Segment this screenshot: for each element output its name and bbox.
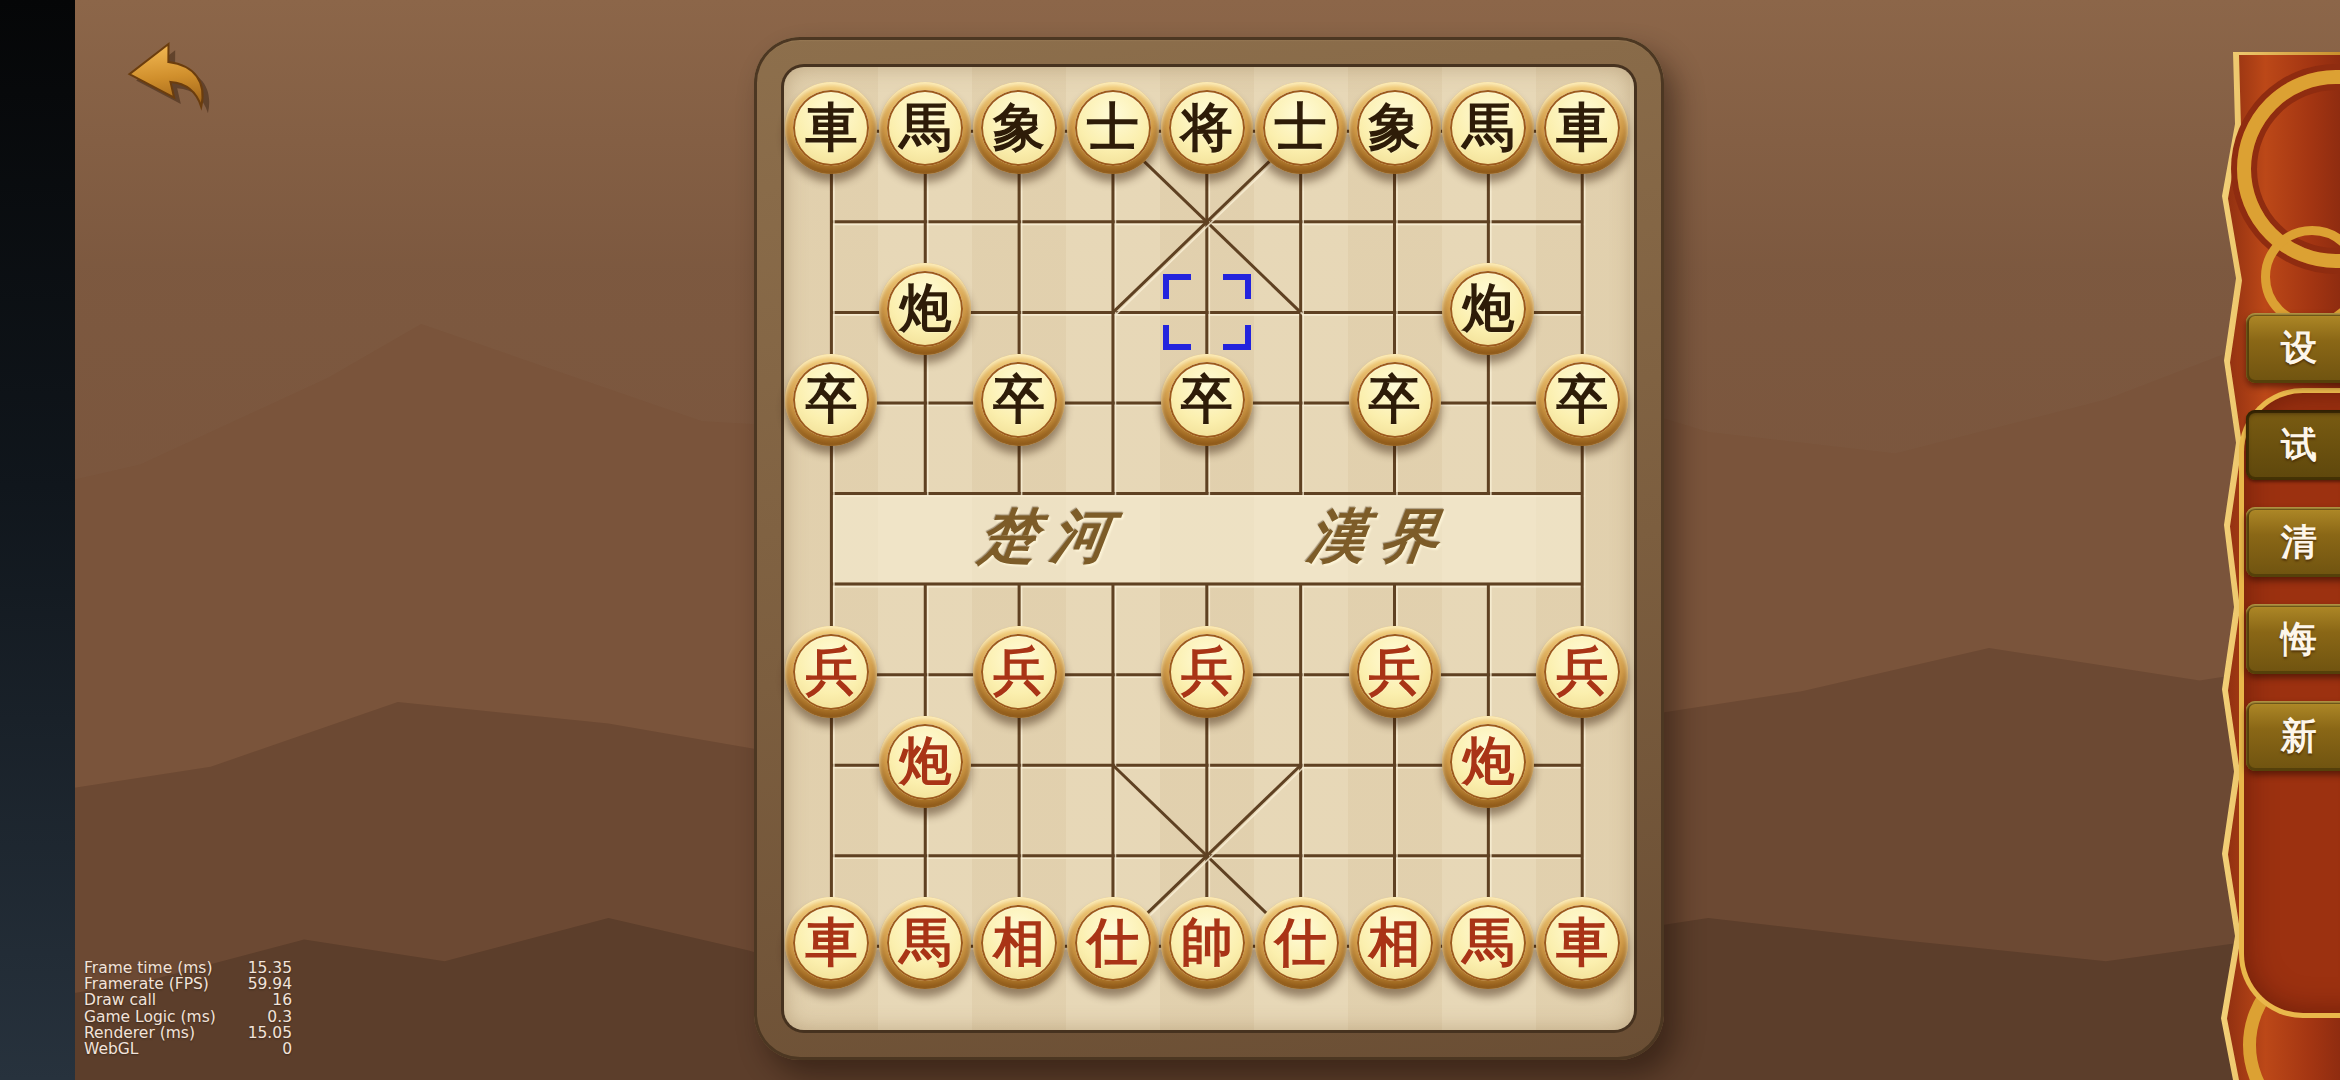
piece-red-炮[interactable]: 炮 — [1442, 716, 1534, 808]
piece-char: 士 — [1275, 102, 1327, 154]
piece-red-相[interactable]: 相 — [973, 897, 1065, 989]
piece-disc: 士 — [1075, 90, 1151, 166]
debug-row: Draw call16 — [84, 992, 292, 1008]
debug-value: 15.05 — [248, 1025, 292, 1041]
piece-disc: 車 — [793, 905, 869, 981]
sidebar-button-undo[interactable]: 悔 — [2246, 604, 2340, 674]
sidebar-button-test[interactable]: 试 — [2246, 410, 2340, 480]
piece-disc: 炮 — [887, 271, 963, 347]
debug-value: 15.35 — [248, 960, 292, 976]
piece-disc: 炮 — [1450, 724, 1526, 800]
debug-row: WebGL0 — [84, 1041, 292, 1057]
sidebar-button-clear[interactable]: 清 — [2246, 507, 2340, 577]
river-label-chu-he: 楚河 — [975, 498, 1130, 576]
piece-disc: 炮 — [887, 724, 963, 800]
letterbox-strip — [0, 0, 75, 1080]
piece-black-卒[interactable]: 卒 — [1161, 354, 1253, 446]
piece-black-卒[interactable]: 卒 — [1349, 354, 1441, 446]
debug-row: Frame time (ms)15.35 — [84, 960, 292, 976]
piece-char: 車 — [1556, 917, 1608, 969]
piece-red-馬[interactable]: 馬 — [1442, 897, 1534, 989]
sidebar-button-label: 悔 — [2281, 615, 2317, 664]
piece-disc: 馬 — [1450, 905, 1526, 981]
piece-disc: 卒 — [981, 362, 1057, 438]
piece-black-士[interactable]: 士 — [1067, 82, 1159, 174]
piece-char: 兵 — [993, 646, 1045, 698]
piece-char: 相 — [1369, 917, 1421, 969]
piece-char: 炮 — [899, 283, 951, 335]
debug-row: Game Logic (ms)0.3 — [84, 1009, 292, 1025]
piece-char: 兵 — [1369, 646, 1421, 698]
piece-red-車[interactable]: 車 — [1536, 897, 1628, 989]
debug-label: Framerate (FPS) — [84, 976, 209, 992]
piece-char: 馬 — [1462, 102, 1514, 154]
piece-disc: 士 — [1263, 90, 1339, 166]
piece-disc: 帥 — [1169, 905, 1245, 981]
debug-value: 0 — [282, 1041, 292, 1057]
debug-label: Renderer (ms) — [84, 1025, 195, 1041]
piece-char: 卒 — [805, 374, 857, 426]
piece-disc: 相 — [1357, 905, 1433, 981]
piece-disc: 将 — [1169, 90, 1245, 166]
piece-disc: 馬 — [1450, 90, 1526, 166]
piece-disc: 兵 — [793, 634, 869, 710]
piece-char: 卒 — [1181, 374, 1233, 426]
piece-black-卒[interactable]: 卒 — [1536, 354, 1628, 446]
sidebar-button-label: 设 — [2281, 324, 2317, 373]
piece-disc: 卒 — [1544, 362, 1620, 438]
piece-disc: 馬 — [887, 90, 963, 166]
piece-red-兵[interactable]: 兵 — [1536, 626, 1628, 718]
piece-disc: 炮 — [1450, 271, 1526, 347]
piece-red-兵[interactable]: 兵 — [973, 626, 1065, 718]
piece-disc: 卒 — [1169, 362, 1245, 438]
piece-red-炮[interactable]: 炮 — [879, 716, 971, 808]
piece-char: 炮 — [1462, 283, 1514, 335]
piece-char: 車 — [1556, 102, 1608, 154]
back-arrow-icon — [110, 32, 210, 124]
piece-char: 車 — [805, 102, 857, 154]
piece-disc: 車 — [1544, 905, 1620, 981]
debug-label: Draw call — [84, 992, 156, 1008]
piece-char: 象 — [1369, 102, 1421, 154]
debug-row: Framerate (FPS)59.94 — [84, 976, 292, 992]
sidebar: 设试清悔新 — [2209, 0, 2340, 1080]
piece-char: 帥 — [1181, 917, 1233, 969]
piece-disc: 兵 — [1544, 634, 1620, 710]
piece-char: 馬 — [899, 917, 951, 969]
piece-disc: 卒 — [1357, 362, 1433, 438]
piece-red-仕[interactable]: 仕 — [1067, 897, 1159, 989]
piece-red-馬[interactable]: 馬 — [879, 897, 971, 989]
piece-black-象[interactable]: 象 — [973, 82, 1065, 174]
piece-char: 士 — [1087, 102, 1139, 154]
game-screen: 楚河 漢界 車馬象士将士象馬車炮炮卒卒卒卒卒兵兵兵兵兵炮炮車馬相仕帥仕相馬車 设… — [0, 0, 2340, 1080]
piece-char: 仕 — [1087, 917, 1139, 969]
debug-overlay: Frame time (ms)15.35Framerate (FPS)59.94… — [84, 960, 292, 1057]
debug-value: 16 — [272, 992, 292, 1008]
piece-char: 兵 — [1556, 646, 1608, 698]
debug-row: Renderer (ms)15.05 — [84, 1025, 292, 1041]
piece-disc: 相 — [981, 905, 1057, 981]
river-label-han-jie: 漢界 — [1304, 498, 1459, 576]
piece-char: 馬 — [899, 102, 951, 154]
sidebar-button-settings[interactable]: 设 — [2246, 313, 2340, 383]
debug-label: WebGL — [84, 1041, 138, 1057]
piece-disc: 兵 — [1357, 634, 1433, 710]
debug-label: Frame time (ms) — [84, 960, 212, 976]
piece-black-炮[interactable]: 炮 — [879, 263, 971, 355]
piece-black-馬[interactable]: 馬 — [1442, 82, 1534, 174]
sidebar-button-new[interactable]: 新 — [2246, 701, 2340, 771]
piece-black-卒[interactable]: 卒 — [973, 354, 1065, 446]
piece-red-兵[interactable]: 兵 — [1161, 626, 1253, 718]
piece-disc: 兵 — [981, 634, 1057, 710]
back-button[interactable] — [110, 32, 210, 124]
piece-disc: 仕 — [1075, 905, 1151, 981]
sidebar-button-label: 清 — [2281, 518, 2317, 567]
piece-black-士[interactable]: 士 — [1255, 82, 1347, 174]
piece-char: 仕 — [1275, 917, 1327, 969]
piece-char: 卒 — [993, 374, 1045, 426]
piece-disc: 兵 — [1169, 634, 1245, 710]
piece-black-卒[interactable]: 卒 — [785, 354, 877, 446]
piece-char: 馬 — [1462, 917, 1514, 969]
piece-black-象[interactable]: 象 — [1349, 82, 1441, 174]
debug-value: 59.94 — [248, 976, 292, 992]
piece-char: 相 — [993, 917, 1045, 969]
piece-char: 将 — [1181, 102, 1233, 154]
piece-disc: 仕 — [1263, 905, 1339, 981]
piece-char: 象 — [993, 102, 1045, 154]
piece-disc: 車 — [793, 90, 869, 166]
piece-black-車[interactable]: 車 — [1536, 82, 1628, 174]
piece-disc: 馬 — [887, 905, 963, 981]
piece-char: 車 — [805, 917, 857, 969]
debug-label: Game Logic (ms) — [84, 1009, 216, 1025]
piece-red-帥[interactable]: 帥 — [1161, 897, 1253, 989]
piece-char: 兵 — [805, 646, 857, 698]
piece-char: 卒 — [1369, 374, 1421, 426]
piece-red-相[interactable]: 相 — [1349, 897, 1441, 989]
piece-disc: 卒 — [793, 362, 869, 438]
piece-red-兵[interactable]: 兵 — [1349, 626, 1441, 718]
debug-value: 0.3 — [267, 1009, 292, 1025]
piece-char: 卒 — [1556, 374, 1608, 426]
xiangqi-board[interactable]: 楚河 漢界 車馬象士将士象馬車炮炮卒卒卒卒卒兵兵兵兵兵炮炮車馬相仕帥仕相馬車 — [754, 37, 1664, 1060]
piece-char: 炮 — [1462, 736, 1514, 788]
piece-disc: 象 — [1357, 90, 1433, 166]
piece-char: 兵 — [1181, 646, 1233, 698]
piece-disc: 象 — [981, 90, 1057, 166]
piece-red-仕[interactable]: 仕 — [1255, 897, 1347, 989]
piece-black-馬[interactable]: 馬 — [879, 82, 971, 174]
sidebar-button-label: 试 — [2281, 421, 2317, 470]
piece-black-将[interactable]: 将 — [1161, 82, 1253, 174]
sidebar-button-label: 新 — [2281, 712, 2317, 761]
piece-char: 炮 — [899, 736, 951, 788]
piece-red-兵[interactable]: 兵 — [785, 626, 877, 718]
piece-disc: 車 — [1544, 90, 1620, 166]
